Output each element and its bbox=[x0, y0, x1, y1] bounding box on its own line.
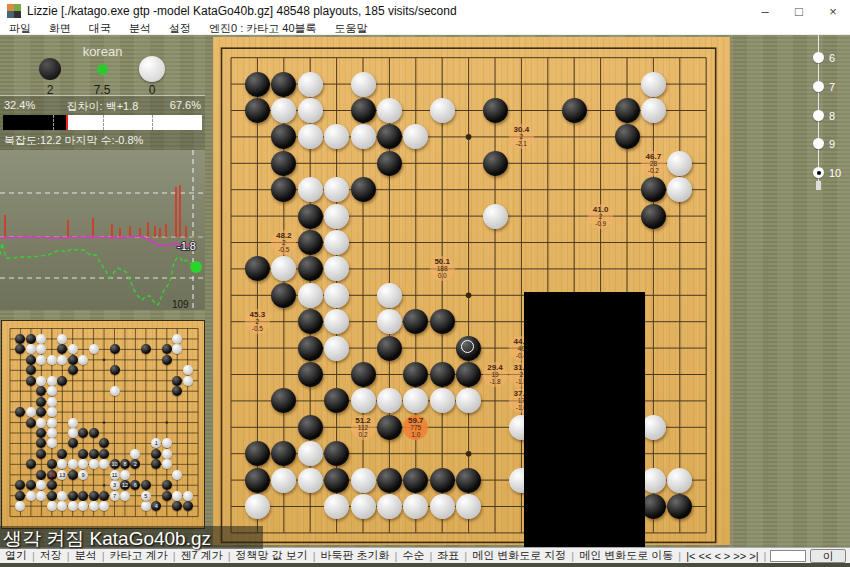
subboard-stone bbox=[183, 501, 193, 511]
subboard-stone bbox=[68, 491, 78, 501]
window-title: Lizzie [./katago.exe gtp -model KataGo40… bbox=[27, 4, 457, 18]
white-stone-indicator bbox=[139, 56, 165, 82]
white-stone[interactable] bbox=[667, 468, 692, 493]
subboard-stone bbox=[110, 386, 120, 396]
branch-dot-10[interactable] bbox=[813, 167, 824, 178]
black-stone[interactable] bbox=[483, 151, 508, 176]
subboard-stone: 3 bbox=[110, 480, 120, 490]
status-banner: 생각 켜짐 KataGo40b.gz bbox=[0, 526, 263, 549]
subboard-stone bbox=[47, 397, 57, 407]
white-stone[interactable] bbox=[271, 468, 296, 493]
window-bottom-edge bbox=[0, 563, 850, 567]
black-stone[interactable] bbox=[615, 98, 640, 123]
black-stone[interactable] bbox=[351, 98, 376, 123]
branch-label-6: 6 bbox=[829, 52, 835, 64]
main-board-area: 48.22-0.530.42-2.150.11880.046.728-0.241… bbox=[205, 35, 733, 547]
white-stone[interactable] bbox=[377, 494, 402, 519]
white-stone[interactable] bbox=[298, 124, 323, 149]
subboard-stone bbox=[183, 376, 193, 386]
black-stone[interactable] bbox=[245, 468, 270, 493]
toolbar-button-11[interactable]: 메인 변화도로 이동 bbox=[574, 548, 678, 563]
white-stone[interactable] bbox=[324, 494, 349, 519]
last-move-marker bbox=[461, 340, 474, 353]
white-stone[interactable] bbox=[667, 151, 692, 176]
subboard-stone bbox=[89, 428, 99, 438]
black-stone[interactable] bbox=[430, 468, 455, 493]
graph-score-label: -1.8 bbox=[177, 240, 196, 252]
subboard-stone bbox=[172, 376, 182, 386]
winrate-marker bbox=[66, 115, 68, 130]
winrate-graph[interactable]: -1.8 109 bbox=[0, 150, 205, 310]
white-stone[interactable] bbox=[298, 72, 323, 97]
subboard-stone bbox=[172, 470, 182, 480]
subboard-stone: 11 bbox=[110, 470, 120, 480]
white-stone[interactable] bbox=[641, 98, 666, 123]
analysis-candidate-45.3[interactable]: 45.32-0.5 bbox=[245, 309, 270, 334]
subboard-stone bbox=[26, 418, 36, 428]
black-stone[interactable] bbox=[377, 151, 402, 176]
subboard-stone bbox=[162, 480, 172, 490]
subboard-stone bbox=[183, 365, 193, 375]
toolbar-button-8[interactable]: 수순 bbox=[397, 548, 429, 563]
branch-label-7: 7 bbox=[829, 81, 835, 93]
subboard-stone bbox=[36, 491, 46, 501]
subboard-stone bbox=[47, 355, 57, 365]
subboard-stone: 7 bbox=[110, 491, 120, 501]
branch-dot-7[interactable] bbox=[813, 81, 824, 92]
maximize-button[interactable]: □ bbox=[782, 0, 816, 22]
subboard-stone: 14 bbox=[47, 470, 57, 480]
branch-slider-panel: 678910 bbox=[733, 35, 850, 547]
subboard-stone: 10 bbox=[110, 459, 120, 469]
branch-label-8: 8 bbox=[829, 110, 835, 122]
analysis-candidate-41.0[interactable]: 41.02-0.9 bbox=[588, 204, 613, 229]
white-stone[interactable] bbox=[324, 336, 349, 361]
subboard-stone bbox=[89, 501, 99, 511]
black-stone[interactable] bbox=[298, 362, 323, 387]
black-stone[interactable] bbox=[456, 468, 481, 493]
subboard-stone bbox=[26, 407, 36, 417]
white-stone[interactable] bbox=[377, 98, 402, 123]
variation-subboard[interactable]: 1234567891011121314 bbox=[1, 320, 205, 529]
black-stone-indicator bbox=[39, 58, 61, 80]
subboard-stone bbox=[89, 491, 99, 501]
slider-end-tick bbox=[816, 181, 821, 190]
subboard-stone bbox=[141, 501, 151, 511]
subboard-stone bbox=[47, 491, 57, 501]
black-stone[interactable] bbox=[298, 256, 323, 281]
winrate-bar-black-portion bbox=[3, 115, 67, 130]
white-stone[interactable] bbox=[324, 204, 349, 229]
black-stone[interactable] bbox=[298, 415, 323, 440]
white-stone[interactable] bbox=[377, 283, 402, 308]
subboard-stone bbox=[47, 386, 57, 396]
black-stone[interactable] bbox=[271, 151, 296, 176]
white-stone[interactable] bbox=[298, 98, 323, 123]
lizzie-app-icon bbox=[7, 4, 21, 18]
subboard-stone bbox=[78, 491, 88, 501]
analysis-candidate-59.7[interactable]: 59.77751.0 bbox=[403, 415, 428, 440]
toolbar-button-9[interactable]: 좌표 bbox=[432, 548, 464, 563]
subboard-stone bbox=[36, 397, 46, 407]
black-stone[interactable] bbox=[351, 362, 376, 387]
black-stone[interactable] bbox=[430, 309, 455, 334]
subboard-stone bbox=[89, 449, 99, 459]
black-stone[interactable] bbox=[641, 177, 666, 202]
subboard-stone bbox=[162, 449, 172, 459]
white-stone[interactable] bbox=[298, 441, 323, 466]
black-stone[interactable] bbox=[298, 336, 323, 361]
menu-item-1[interactable]: 파일 bbox=[0, 21, 40, 36]
subboard-stone bbox=[47, 501, 57, 511]
subboard-stone bbox=[162, 491, 172, 501]
subboard-stone bbox=[47, 376, 57, 386]
subboard-stone: 9 bbox=[78, 470, 88, 480]
subboard-stone bbox=[57, 491, 67, 501]
go-board[interactable]: 48.22-0.530.42-2.150.11880.046.728-0.241… bbox=[213, 37, 730, 545]
branch-label-10: 10 bbox=[829, 167, 841, 179]
complexity-label: 복잡도:12.2 마지막 수:-0.8% bbox=[4, 133, 143, 148]
analysis-panel: korean 2 7.5 0 32.4% 집차이: 백+1.8 67.6% 복 bbox=[0, 35, 205, 547]
engine-status-text: 생각 켜짐 KataGo40b.gz bbox=[0, 526, 263, 552]
rules-label: korean bbox=[0, 44, 205, 59]
analysis-candidate-29.4[interactable]: 29.419-1.8 bbox=[483, 362, 508, 387]
white-winrate: 67.6% bbox=[170, 99, 201, 111]
black-stone[interactable] bbox=[562, 98, 587, 123]
white-stone[interactable] bbox=[351, 494, 376, 519]
toolbar-button-7[interactable]: 바둑판 초기화 bbox=[316, 548, 395, 563]
white-stone[interactable] bbox=[483, 204, 508, 229]
toolbar-button-12[interactable]: |< << < > >> >| bbox=[681, 550, 763, 562]
subboard-stone bbox=[78, 355, 88, 365]
subboard-stone bbox=[68, 355, 78, 365]
white-stone[interactable] bbox=[351, 72, 376, 97]
white-stone[interactable] bbox=[430, 388, 455, 413]
subboard-stone bbox=[68, 501, 78, 511]
white-stone[interactable] bbox=[351, 388, 376, 413]
graph-move-number: 109 bbox=[172, 299, 189, 310]
subboard-stone bbox=[99, 491, 109, 501]
branch-dot-8[interactable] bbox=[813, 110, 824, 121]
white-stone[interactable] bbox=[324, 283, 349, 308]
subboard-stone bbox=[47, 480, 57, 490]
menu-item-6[interactable]: 엔진0 : 카타고 40블록 bbox=[200, 21, 326, 36]
black-stone[interactable] bbox=[298, 204, 323, 229]
subboard-stone bbox=[68, 459, 78, 469]
menu-item-5[interactable]: 설정 bbox=[160, 21, 200, 36]
white-stone[interactable] bbox=[377, 309, 402, 334]
subboard-stone bbox=[47, 407, 57, 417]
subboard-stone bbox=[99, 449, 109, 459]
winrate-bar bbox=[3, 115, 202, 130]
subboard-stone bbox=[89, 344, 99, 354]
menu-bar: 파일화면대국분석설정엔진0 : 카타고 40블록도움말 bbox=[0, 22, 850, 35]
subboard-stone bbox=[89, 459, 99, 469]
black-stone[interactable] bbox=[351, 177, 376, 202]
subboard-stone bbox=[68, 428, 78, 438]
black-stone[interactable] bbox=[377, 415, 402, 440]
branch-dot-6[interactable] bbox=[813, 52, 824, 63]
black-stone[interactable] bbox=[245, 441, 270, 466]
black-stone[interactable] bbox=[245, 98, 270, 123]
white-stone[interactable] bbox=[324, 230, 349, 255]
black-stone[interactable] bbox=[641, 204, 666, 229]
subboard-stone bbox=[26, 334, 36, 344]
subboard-stone bbox=[120, 470, 130, 480]
subboard-stone bbox=[57, 376, 67, 386]
title-bar: Lizzie [./katago.exe gtp -model KataGo40… bbox=[0, 0, 850, 22]
black-stone[interactable] bbox=[324, 468, 349, 493]
white-stone[interactable] bbox=[298, 283, 323, 308]
right-black-panel bbox=[524, 292, 645, 547]
toolbar-button-10[interactable]: 메인 변화도로 지정 bbox=[467, 548, 571, 563]
subboard-stone bbox=[26, 491, 36, 501]
black-stone[interactable] bbox=[271, 72, 296, 97]
subboard-stone bbox=[47, 428, 57, 438]
subboard-stone bbox=[26, 355, 36, 365]
subboard-stone bbox=[68, 470, 78, 480]
subboard-stone: 5 bbox=[141, 491, 151, 501]
toolbar-separator: | bbox=[764, 550, 767, 562]
subboard-stone bbox=[110, 365, 120, 375]
subboard-stone bbox=[78, 449, 88, 459]
black-stone[interactable] bbox=[430, 362, 455, 387]
black-stone[interactable] bbox=[377, 468, 402, 493]
black-stone[interactable] bbox=[298, 230, 323, 255]
app-window: Lizzie [./katago.exe gtp -model KataGo40… bbox=[0, 0, 850, 567]
subboard-stone bbox=[183, 491, 193, 501]
white-stone[interactable] bbox=[351, 468, 376, 493]
goto-move-button[interactable]: 이동 bbox=[810, 549, 846, 563]
black-stone[interactable] bbox=[483, 98, 508, 123]
subboard-stone bbox=[36, 418, 46, 428]
close-button[interactable]: × bbox=[816, 0, 850, 22]
analysis-candidate-46.7[interactable]: 46.728-0.2 bbox=[641, 151, 666, 176]
white-stone[interactable] bbox=[430, 98, 455, 123]
black-stone[interactable] bbox=[615, 124, 640, 149]
white-stone[interactable] bbox=[298, 468, 323, 493]
subboard-stone bbox=[26, 376, 36, 386]
black-stone[interactable] bbox=[271, 283, 296, 308]
menu-item-4[interactable]: 분석 bbox=[120, 21, 160, 36]
white-stone[interactable] bbox=[430, 494, 455, 519]
black-stone[interactable] bbox=[456, 362, 481, 387]
subboard-stone bbox=[68, 365, 78, 375]
menu-item-7[interactable]: 도움말 bbox=[326, 21, 377, 36]
branch-dot-9[interactable] bbox=[813, 138, 824, 149]
subboard-stone bbox=[162, 355, 172, 365]
subboard-stone bbox=[68, 418, 78, 428]
subboard-stone bbox=[47, 418, 57, 428]
menu-item-2[interactable]: 화면 bbox=[40, 21, 80, 36]
white-stone[interactable] bbox=[456, 494, 481, 519]
black-stone[interactable] bbox=[403, 468, 428, 493]
white-stone[interactable] bbox=[245, 494, 270, 519]
black-stone[interactable] bbox=[245, 72, 270, 97]
winrate-block: 32.4% 집차이: 백+1.8 67.6% 복잡도:12.2 마지막 수:-0… bbox=[0, 96, 205, 150]
minimize-button[interactable]: – bbox=[748, 0, 782, 22]
subboard-stone bbox=[120, 491, 130, 501]
black-stone[interactable] bbox=[298, 309, 323, 334]
analysis-candidate-50.1[interactable]: 50.11880.0 bbox=[430, 256, 455, 281]
white-stone[interactable] bbox=[641, 72, 666, 97]
subboard-stone bbox=[172, 491, 182, 501]
subboard-stone bbox=[110, 344, 120, 354]
move-number-input[interactable] bbox=[770, 550, 806, 562]
current-move-dot bbox=[190, 261, 202, 273]
komi-dot-indicator bbox=[97, 64, 108, 75]
branch-label-9: 9 bbox=[829, 138, 835, 150]
black-stone[interactable] bbox=[377, 336, 402, 361]
white-stone[interactable] bbox=[298, 177, 323, 202]
subboard-stone: 13 bbox=[57, 470, 67, 480]
analysis-candidate-51.2[interactable]: 51.21120.2 bbox=[351, 415, 376, 440]
menu-item-3[interactable]: 대국 bbox=[80, 21, 120, 36]
white-stone[interactable] bbox=[351, 124, 376, 149]
